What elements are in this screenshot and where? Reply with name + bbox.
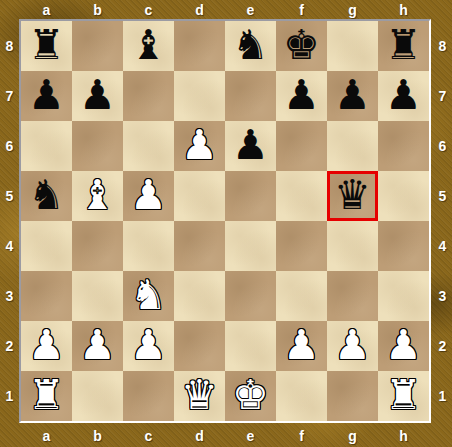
- file-label-f: f: [276, 425, 327, 447]
- square-b2[interactable]: ♟: [72, 321, 123, 371]
- file-label-d: d: [174, 0, 225, 19]
- square-d6[interactable]: ♟: [174, 121, 225, 171]
- square-d1[interactable]: ♛: [174, 371, 225, 421]
- rank-labels-right: 87654321: [433, 21, 452, 421]
- square-h5[interactable]: [378, 171, 429, 221]
- piece-black-knight-e8[interactable]: ♞: [225, 21, 276, 71]
- rank-label-8: 8: [433, 21, 452, 71]
- piece-white-pawn-b2[interactable]: ♟: [72, 321, 123, 371]
- file-label-c: c: [123, 0, 174, 19]
- square-c1[interactable]: [123, 371, 174, 421]
- piece-white-pawn-d6[interactable]: ♟: [174, 121, 225, 171]
- file-label-c: c: [123, 425, 174, 447]
- square-g8[interactable]: [327, 21, 378, 71]
- square-h4[interactable]: [378, 221, 429, 271]
- piece-black-king-f8[interactable]: ♚: [276, 21, 327, 71]
- square-f1[interactable]: [276, 371, 327, 421]
- file-labels-top: abcdefgh: [21, 0, 429, 19]
- square-f2[interactable]: ♟: [276, 321, 327, 371]
- rank-label-4: 4: [0, 221, 19, 271]
- square-e8[interactable]: ♞: [225, 21, 276, 71]
- piece-white-bishop-b5[interactable]: ♝: [72, 171, 123, 221]
- square-a6[interactable]: [21, 121, 72, 171]
- rank-label-5: 5: [0, 171, 19, 221]
- square-g3[interactable]: [327, 271, 378, 321]
- file-label-h: h: [378, 0, 429, 19]
- chess-diagram: abcdefgh 87654321 ♜♝♞♚♜♟♟♟♟♟♟♟♞♝♟♛♞♟♟♟♟♟…: [0, 0, 452, 447]
- square-h6[interactable]: [378, 121, 429, 171]
- rank-label-2: 2: [433, 321, 452, 371]
- square-d8[interactable]: [174, 21, 225, 71]
- square-f3[interactable]: [276, 271, 327, 321]
- square-d4[interactable]: [174, 221, 225, 271]
- square-a5[interactable]: ♞: [21, 171, 72, 221]
- square-c7[interactable]: [123, 71, 174, 121]
- piece-black-rook-h8[interactable]: ♜: [378, 21, 429, 71]
- square-f5[interactable]: [276, 171, 327, 221]
- square-a1[interactable]: ♜: [21, 371, 72, 421]
- file-label-g: g: [327, 425, 378, 447]
- square-e4[interactable]: [225, 221, 276, 271]
- piece-black-pawn-a7[interactable]: ♟: [21, 71, 72, 121]
- piece-white-queen-d1[interactable]: ♛: [174, 371, 225, 421]
- square-c3[interactable]: ♞: [123, 271, 174, 321]
- square-f7[interactable]: ♟: [276, 71, 327, 121]
- square-c6[interactable]: [123, 121, 174, 171]
- piece-white-rook-h1[interactable]: ♜: [378, 371, 429, 421]
- rank-label-7: 7: [433, 71, 452, 121]
- square-f4[interactable]: [276, 221, 327, 271]
- rank-label-6: 6: [0, 121, 19, 171]
- piece-black-rook-a8[interactable]: ♜: [21, 21, 72, 71]
- square-f6[interactable]: [276, 121, 327, 171]
- rank-label-1: 1: [433, 371, 452, 421]
- square-a3[interactable]: [21, 271, 72, 321]
- square-g1[interactable]: [327, 371, 378, 421]
- square-h1[interactable]: ♜: [378, 371, 429, 421]
- square-d2[interactable]: [174, 321, 225, 371]
- square-b6[interactable]: [72, 121, 123, 171]
- square-h8[interactable]: ♜: [378, 21, 429, 71]
- square-a2[interactable]: ♟: [21, 321, 72, 371]
- file-label-f: f: [276, 0, 327, 19]
- file-label-b: b: [72, 0, 123, 19]
- piece-black-pawn-g7[interactable]: ♟: [327, 71, 378, 121]
- chess-board: ♜♝♞♚♜♟♟♟♟♟♟♟♞♝♟♛♞♟♟♟♟♟♟♜♛♚♜: [19, 19, 431, 423]
- rank-label-8: 8: [0, 21, 19, 71]
- piece-black-pawn-h7[interactable]: ♟: [378, 71, 429, 121]
- square-d7[interactable]: [174, 71, 225, 121]
- piece-white-pawn-h2[interactable]: ♟: [378, 321, 429, 371]
- rank-label-3: 3: [0, 271, 19, 321]
- square-g4[interactable]: [327, 221, 378, 271]
- square-b5[interactable]: ♝: [72, 171, 123, 221]
- piece-black-queen-g5[interactable]: ♛: [327, 171, 378, 221]
- square-b1[interactable]: [72, 371, 123, 421]
- rank-label-6: 6: [433, 121, 452, 171]
- square-e5[interactable]: [225, 171, 276, 221]
- square-g5[interactable]: ♛: [327, 171, 378, 221]
- file-label-a: a: [21, 0, 72, 19]
- piece-white-pawn-a2[interactable]: ♟: [21, 321, 72, 371]
- rank-labels-left: 87654321: [0, 21, 19, 421]
- square-b3[interactable]: [72, 271, 123, 321]
- square-c5[interactable]: ♟: [123, 171, 174, 221]
- square-e3[interactable]: [225, 271, 276, 321]
- piece-black-pawn-f7[interactable]: ♟: [276, 71, 327, 121]
- piece-white-king-e1[interactable]: ♚: [225, 371, 276, 421]
- square-c8[interactable]: ♝: [123, 21, 174, 71]
- file-labels-bottom: abcdefgh: [21, 425, 429, 447]
- piece-white-pawn-f2[interactable]: ♟: [276, 321, 327, 371]
- file-label-g: g: [327, 0, 378, 19]
- square-d3[interactable]: [174, 271, 225, 321]
- piece-white-pawn-c2[interactable]: ♟: [123, 321, 174, 371]
- piece-black-bishop-c8[interactable]: ♝: [123, 21, 174, 71]
- square-e2[interactable]: [225, 321, 276, 371]
- piece-white-rook-a1[interactable]: ♜: [21, 371, 72, 421]
- square-a4[interactable]: [21, 221, 72, 271]
- square-a8[interactable]: ♜: [21, 21, 72, 71]
- rank-label-2: 2: [0, 321, 19, 371]
- square-g6[interactable]: [327, 121, 378, 171]
- rank-label-1: 1: [0, 371, 19, 421]
- square-h3[interactable]: [378, 271, 429, 321]
- square-c4[interactable]: [123, 221, 174, 271]
- square-e1[interactable]: ♚: [225, 371, 276, 421]
- piece-white-knight-c3[interactable]: ♞: [123, 271, 174, 321]
- piece-black-pawn-b7[interactable]: ♟: [72, 71, 123, 121]
- square-d5[interactable]: [174, 171, 225, 221]
- square-e6[interactable]: ♟: [225, 121, 276, 171]
- square-b4[interactable]: [72, 221, 123, 271]
- file-label-h: h: [378, 425, 429, 447]
- piece-black-pawn-e6[interactable]: ♟: [225, 121, 276, 171]
- square-f8[interactable]: ♚: [276, 21, 327, 71]
- rank-label-3: 3: [433, 271, 452, 321]
- square-g7[interactable]: ♟: [327, 71, 378, 121]
- square-b7[interactable]: ♟: [72, 71, 123, 121]
- square-g2[interactable]: ♟: [327, 321, 378, 371]
- file-label-b: b: [72, 425, 123, 447]
- square-h2[interactable]: ♟: [378, 321, 429, 371]
- rank-label-7: 7: [0, 71, 19, 121]
- file-label-d: d: [174, 425, 225, 447]
- square-b8[interactable]: [72, 21, 123, 71]
- piece-black-knight-a5[interactable]: ♞: [21, 171, 72, 221]
- square-a7[interactable]: ♟: [21, 71, 72, 121]
- square-h7[interactable]: ♟: [378, 71, 429, 121]
- rank-label-4: 4: [433, 221, 452, 271]
- square-e7[interactable]: [225, 71, 276, 121]
- piece-white-pawn-c5[interactable]: ♟: [123, 171, 174, 221]
- rank-label-5: 5: [433, 171, 452, 221]
- piece-white-pawn-g2[interactable]: ♟: [327, 321, 378, 371]
- file-label-e: e: [225, 425, 276, 447]
- file-label-e: e: [225, 0, 276, 19]
- square-c2[interactable]: ♟: [123, 321, 174, 371]
- file-label-a: a: [21, 425, 72, 447]
